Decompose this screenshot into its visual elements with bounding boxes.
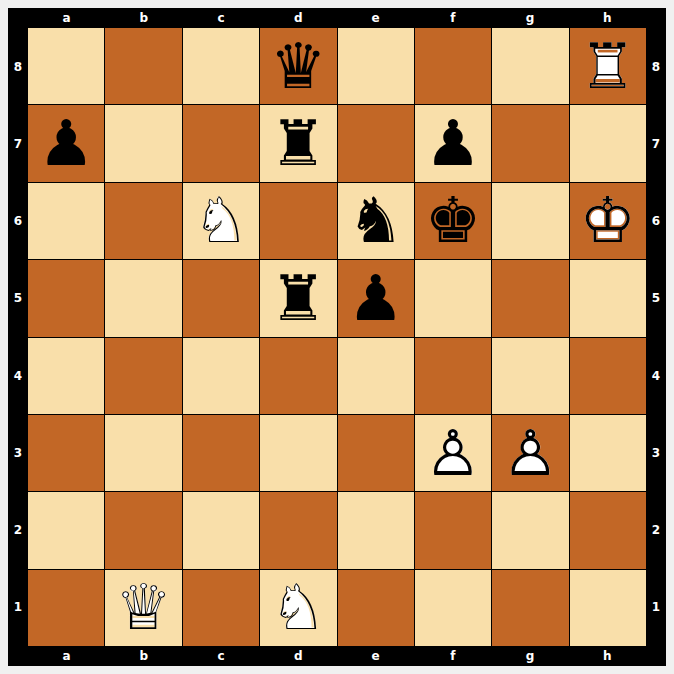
square-f6[interactable]: ♚ bbox=[415, 183, 491, 259]
file-label-b: b bbox=[105, 8, 182, 28]
rank-label-6: 6 bbox=[8, 183, 28, 260]
square-a1[interactable] bbox=[28, 570, 104, 646]
piece-outline-glyph: ♔ bbox=[572, 185, 644, 257]
black-knight: ♞ bbox=[340, 185, 412, 257]
white-knight: ♞♘ bbox=[185, 185, 257, 257]
square-h1[interactable] bbox=[570, 570, 646, 646]
page-background: abcdefgh abcdefgh 87654321 87654321 ♛♜♖♟… bbox=[0, 0, 674, 674]
piece-outline-glyph: ♘ bbox=[262, 572, 334, 644]
square-f4[interactable] bbox=[415, 338, 491, 414]
square-d1[interactable]: ♞♘ bbox=[260, 570, 336, 646]
square-h6[interactable]: ♚♔ bbox=[570, 183, 646, 259]
square-b6[interactable] bbox=[105, 183, 181, 259]
square-d6[interactable] bbox=[260, 183, 336, 259]
square-a4[interactable] bbox=[28, 338, 104, 414]
rank-label-8: 8 bbox=[8, 28, 28, 105]
square-a7[interactable]: ♟ bbox=[28, 105, 104, 181]
square-c3[interactable] bbox=[183, 415, 259, 491]
square-e1[interactable] bbox=[338, 570, 414, 646]
square-h7[interactable] bbox=[570, 105, 646, 181]
square-d5[interactable]: ♜ bbox=[260, 260, 336, 336]
piece-outline-glyph: ♖ bbox=[572, 30, 644, 102]
square-b5[interactable] bbox=[105, 260, 181, 336]
piece-outline-glyph: ♘ bbox=[185, 185, 257, 257]
rank-label-5: 5 bbox=[8, 260, 28, 337]
piece-glyph: ♟ bbox=[417, 108, 489, 180]
chess-board: ♛♜♖♟♜♟♞♘♞♚♚♔♜♟♟♙♟♙♛♕♞♘ bbox=[28, 28, 646, 646]
piece-outline-glyph: ♙ bbox=[417, 417, 489, 489]
white-queen: ♛♕ bbox=[108, 572, 180, 644]
rank-label-4: 4 bbox=[8, 337, 28, 414]
file-label-g: g bbox=[492, 646, 569, 666]
file-label-a: a bbox=[28, 646, 105, 666]
square-f1[interactable] bbox=[415, 570, 491, 646]
square-a2[interactable] bbox=[28, 492, 104, 568]
file-label-g: g bbox=[492, 8, 569, 28]
square-f3[interactable]: ♟♙ bbox=[415, 415, 491, 491]
rank-label-2: 2 bbox=[8, 492, 28, 569]
rank-label-3: 3 bbox=[8, 414, 28, 491]
black-king: ♚ bbox=[417, 185, 489, 257]
file-label-d: d bbox=[260, 8, 337, 28]
square-f8[interactable] bbox=[415, 28, 491, 104]
square-g6[interactable] bbox=[492, 183, 568, 259]
piece-glyph: ♞ bbox=[340, 185, 412, 257]
rank-label-4: 4 bbox=[646, 337, 666, 414]
file-label-d: d bbox=[260, 646, 337, 666]
square-b2[interactable] bbox=[105, 492, 181, 568]
square-c8[interactable] bbox=[183, 28, 259, 104]
black-pawn: ♟ bbox=[340, 262, 412, 334]
square-g1[interactable] bbox=[492, 570, 568, 646]
white-rook: ♜♖ bbox=[572, 30, 644, 102]
square-a6[interactable] bbox=[28, 183, 104, 259]
file-label-f: f bbox=[414, 646, 491, 666]
rank-label-7: 7 bbox=[8, 105, 28, 182]
square-d3[interactable] bbox=[260, 415, 336, 491]
rank-label-7: 7 bbox=[646, 105, 666, 182]
square-f5[interactable] bbox=[415, 260, 491, 336]
piece-glyph: ♜ bbox=[262, 108, 334, 180]
rank-labels-right: 87654321 bbox=[646, 28, 666, 646]
rank-label-5: 5 bbox=[646, 260, 666, 337]
square-b3[interactable] bbox=[105, 415, 181, 491]
piece-glyph: ♜ bbox=[262, 262, 334, 334]
file-label-c: c bbox=[183, 8, 260, 28]
rank-label-1: 1 bbox=[646, 569, 666, 646]
square-a8[interactable] bbox=[28, 28, 104, 104]
rank-label-2: 2 bbox=[646, 492, 666, 569]
square-e8[interactable] bbox=[338, 28, 414, 104]
rank-label-3: 3 bbox=[646, 414, 666, 491]
square-e2[interactable] bbox=[338, 492, 414, 568]
square-e3[interactable] bbox=[338, 415, 414, 491]
square-g8[interactable] bbox=[492, 28, 568, 104]
square-d2[interactable] bbox=[260, 492, 336, 568]
square-g5[interactable] bbox=[492, 260, 568, 336]
piece-glyph: ♛ bbox=[262, 30, 334, 102]
white-knight: ♞♘ bbox=[262, 572, 334, 644]
square-f7[interactable]: ♟ bbox=[415, 105, 491, 181]
white-king: ♚♔ bbox=[572, 185, 644, 257]
file-label-f: f bbox=[414, 8, 491, 28]
square-e7[interactable] bbox=[338, 105, 414, 181]
piece-outline-glyph: ♙ bbox=[494, 417, 566, 489]
white-pawn: ♟♙ bbox=[417, 417, 489, 489]
file-label-c: c bbox=[183, 646, 260, 666]
black-rook: ♜ bbox=[262, 262, 334, 334]
file-label-h: h bbox=[569, 8, 646, 28]
black-pawn: ♟ bbox=[417, 108, 489, 180]
rank-label-6: 6 bbox=[646, 183, 666, 260]
file-label-e: e bbox=[337, 8, 414, 28]
square-c2[interactable] bbox=[183, 492, 259, 568]
square-e5[interactable]: ♟ bbox=[338, 260, 414, 336]
file-label-e: e bbox=[337, 646, 414, 666]
square-h8[interactable]: ♜♖ bbox=[570, 28, 646, 104]
square-a3[interactable] bbox=[28, 415, 104, 491]
black-rook: ♜ bbox=[262, 108, 334, 180]
square-h2[interactable] bbox=[570, 492, 646, 568]
square-h3[interactable] bbox=[570, 415, 646, 491]
square-g4[interactable] bbox=[492, 338, 568, 414]
square-e4[interactable] bbox=[338, 338, 414, 414]
square-f2[interactable] bbox=[415, 492, 491, 568]
square-c6[interactable]: ♞♘ bbox=[183, 183, 259, 259]
file-label-b: b bbox=[105, 646, 182, 666]
file-label-a: a bbox=[28, 8, 105, 28]
piece-glyph: ♟ bbox=[340, 262, 412, 334]
black-pawn: ♟ bbox=[30, 108, 102, 180]
white-pawn: ♟♙ bbox=[494, 417, 566, 489]
rank-label-1: 1 bbox=[8, 569, 28, 646]
rank-label-8: 8 bbox=[646, 28, 666, 105]
piece-outline-glyph: ♕ bbox=[108, 572, 180, 644]
piece-glyph: ♚ bbox=[417, 185, 489, 257]
square-b7[interactable] bbox=[105, 105, 181, 181]
rank-labels-left: 87654321 bbox=[8, 28, 28, 646]
file-labels-top: abcdefgh bbox=[28, 8, 646, 28]
board-frame: abcdefgh abcdefgh 87654321 87654321 ♛♜♖♟… bbox=[8, 8, 666, 666]
square-b4[interactable] bbox=[105, 338, 181, 414]
square-c4[interactable] bbox=[183, 338, 259, 414]
square-a5[interactable] bbox=[28, 260, 104, 336]
square-c5[interactable] bbox=[183, 260, 259, 336]
square-g2[interactable] bbox=[492, 492, 568, 568]
square-c7[interactable] bbox=[183, 105, 259, 181]
square-g7[interactable] bbox=[492, 105, 568, 181]
square-d4[interactable] bbox=[260, 338, 336, 414]
square-b1[interactable]: ♛♕ bbox=[105, 570, 181, 646]
file-labels-bottom: abcdefgh bbox=[28, 646, 646, 666]
square-h5[interactable] bbox=[570, 260, 646, 336]
square-b8[interactable] bbox=[105, 28, 181, 104]
black-queen: ♛ bbox=[262, 30, 334, 102]
square-e6[interactable]: ♞ bbox=[338, 183, 414, 259]
square-c1[interactable] bbox=[183, 570, 259, 646]
square-d8[interactable]: ♛ bbox=[260, 28, 336, 104]
piece-glyph: ♟ bbox=[30, 108, 102, 180]
square-g3[interactable]: ♟♙ bbox=[492, 415, 568, 491]
square-d7[interactable]: ♜ bbox=[260, 105, 336, 181]
square-h4[interactable] bbox=[570, 338, 646, 414]
file-label-h: h bbox=[569, 646, 646, 666]
